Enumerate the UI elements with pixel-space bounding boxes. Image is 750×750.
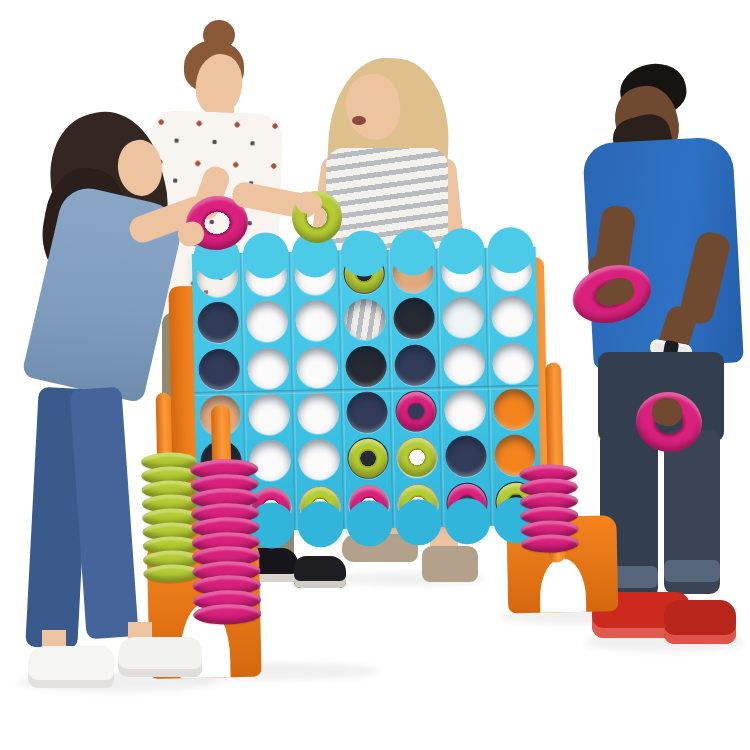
green-disc — [348, 439, 388, 479]
cell-r2c7 — [487, 293, 537, 340]
right-man-cuff — [664, 560, 720, 582]
pink-disc — [396, 392, 436, 432]
board-hole — [247, 347, 289, 389]
board-hole — [297, 393, 339, 435]
cell-r4c4 — [342, 389, 392, 436]
cell-r5c4 — [343, 435, 393, 482]
scene-product-photo — [0, 0, 750, 750]
board-hole — [393, 298, 435, 340]
bottom-scallop — [346, 500, 393, 547]
left-woman-jeans-leg — [69, 386, 138, 639]
board-hole — [444, 390, 486, 432]
board-hole — [344, 299, 386, 341]
cell-r3c3 — [292, 344, 342, 391]
green-disc — [397, 438, 437, 478]
board-hole — [345, 345, 387, 387]
board-hole — [396, 437, 438, 479]
right-man-red-shoe-back — [664, 600, 736, 644]
board-hole — [346, 392, 388, 434]
left-woman-sneaker — [28, 646, 114, 688]
board-hole — [493, 342, 535, 384]
board-hole — [494, 389, 536, 431]
cell-r3c4 — [341, 343, 391, 390]
board-hole — [442, 297, 484, 339]
blonde-mouth — [352, 116, 366, 125]
cell-r2c4 — [340, 296, 390, 343]
board-hole — [492, 296, 534, 338]
cell-r4c2 — [244, 391, 294, 438]
bottom-scallop — [444, 498, 491, 545]
pink-ring-stack-left — [190, 459, 262, 630]
cell-r5c6 — [441, 433, 491, 480]
board-hole — [246, 301, 288, 343]
pink-ring-stack-right — [519, 464, 579, 557]
cell-r4c3 — [293, 390, 343, 437]
cell-r5c5 — [392, 434, 442, 481]
board-hole — [198, 348, 240, 390]
board-hole — [295, 300, 337, 342]
cell-r2c2 — [242, 298, 292, 345]
board-hole — [443, 343, 485, 385]
board-hole — [395, 391, 437, 433]
board-hole — [445, 436, 487, 478]
cell-r4c7 — [489, 386, 539, 433]
stacked-ring — [521, 534, 579, 553]
cell-r2c6 — [438, 294, 488, 341]
cell-r4c6 — [440, 387, 490, 434]
cell-r2c1 — [193, 299, 243, 346]
left-woman-sneaker — [118, 637, 202, 677]
bottom-scallop — [395, 499, 442, 546]
cell-r5c3 — [294, 436, 344, 483]
cell-r3c1 — [194, 346, 244, 393]
board-hole — [248, 394, 290, 436]
cell-r2c3 — [291, 297, 341, 344]
cell-r3c6 — [439, 340, 489, 387]
cell-r3c2 — [243, 345, 293, 392]
board-hole — [347, 438, 389, 480]
cell-r4c5 — [391, 388, 441, 435]
cell-r2c5 — [389, 295, 439, 342]
connect-four-set — [125, 215, 645, 696]
board-hole — [394, 344, 436, 386]
board-hole — [197, 302, 239, 344]
bottom-scallop — [297, 501, 344, 548]
board-hole — [298, 439, 340, 481]
cell-r3c7 — [488, 339, 538, 386]
stacked-ring — [143, 564, 199, 583]
cell-r3c5 — [390, 341, 440, 388]
right-foot-arch — [539, 558, 586, 613]
stacked-ring — [193, 604, 261, 625]
board-hole — [296, 346, 338, 388]
